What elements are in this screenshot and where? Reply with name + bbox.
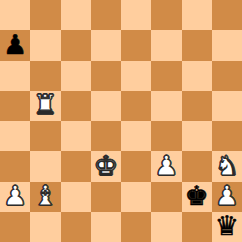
square-e4[interactable] xyxy=(121,121,151,151)
square-a4[interactable] xyxy=(0,121,30,151)
square-b8[interactable] xyxy=(30,0,60,30)
square-a7[interactable]: ♟ xyxy=(0,30,30,60)
square-d1[interactable] xyxy=(91,212,121,242)
black-king-g2: ♚ xyxy=(185,182,209,209)
square-f1[interactable] xyxy=(151,212,181,242)
square-c8[interactable] xyxy=(61,0,91,30)
square-c2[interactable] xyxy=(61,182,91,212)
black-pawn-a7: ♟ xyxy=(3,31,27,58)
square-h5[interactable] xyxy=(212,91,242,121)
square-g2[interactable]: ♚ xyxy=(182,182,212,212)
square-e8[interactable] xyxy=(121,0,151,30)
square-f3[interactable]: ♟ xyxy=(151,151,181,181)
square-d2[interactable] xyxy=(91,182,121,212)
square-e5[interactable] xyxy=(121,91,151,121)
chess-board: ♟♜♚♟♞♟♝♚♟♛ xyxy=(0,0,242,242)
square-g5[interactable] xyxy=(182,91,212,121)
square-f6[interactable] xyxy=(151,61,181,91)
square-f4[interactable] xyxy=(151,121,181,151)
white-pawn-f3: ♟ xyxy=(154,152,178,179)
square-b1[interactable] xyxy=(30,212,60,242)
square-g3[interactable] xyxy=(182,151,212,181)
square-e6[interactable] xyxy=(121,61,151,91)
square-b4[interactable] xyxy=(30,121,60,151)
square-b5[interactable]: ♜ xyxy=(30,91,60,121)
square-f8[interactable] xyxy=(151,0,181,30)
white-pawn-a2: ♟ xyxy=(3,182,27,209)
square-c4[interactable] xyxy=(61,121,91,151)
square-d6[interactable] xyxy=(91,61,121,91)
square-e2[interactable] xyxy=(121,182,151,212)
white-knight-h3: ♞ xyxy=(215,152,239,179)
square-e1[interactable] xyxy=(121,212,151,242)
square-d4[interactable] xyxy=(91,121,121,151)
square-h7[interactable] xyxy=(212,30,242,60)
square-a3[interactable] xyxy=(0,151,30,181)
square-h6[interactable] xyxy=(212,61,242,91)
white-king-d3: ♚ xyxy=(94,152,118,179)
square-b3[interactable] xyxy=(30,151,60,181)
square-b2[interactable]: ♝ xyxy=(30,182,60,212)
square-g6[interactable] xyxy=(182,61,212,91)
square-d7[interactable] xyxy=(91,30,121,60)
square-h4[interactable] xyxy=(212,121,242,151)
square-f5[interactable] xyxy=(151,91,181,121)
square-b6[interactable] xyxy=(30,61,60,91)
square-a2[interactable]: ♟ xyxy=(0,182,30,212)
square-f7[interactable] xyxy=(151,30,181,60)
square-d5[interactable] xyxy=(91,91,121,121)
square-e7[interactable] xyxy=(121,30,151,60)
square-d3[interactable]: ♚ xyxy=(91,151,121,181)
black-queen-h1: ♛ xyxy=(215,212,239,239)
square-a5[interactable] xyxy=(0,91,30,121)
square-g1[interactable] xyxy=(182,212,212,242)
square-b7[interactable] xyxy=(30,30,60,60)
white-rook-b5: ♜ xyxy=(33,91,57,118)
square-c1[interactable] xyxy=(61,212,91,242)
square-c7[interactable] xyxy=(61,30,91,60)
square-c6[interactable] xyxy=(61,61,91,91)
square-g7[interactable] xyxy=(182,30,212,60)
square-a1[interactable] xyxy=(0,212,30,242)
square-f2[interactable] xyxy=(151,182,181,212)
square-a6[interactable] xyxy=(0,61,30,91)
square-h2[interactable]: ♟ xyxy=(212,182,242,212)
square-d8[interactable] xyxy=(91,0,121,30)
square-c5[interactable] xyxy=(61,91,91,121)
square-e3[interactable] xyxy=(121,151,151,181)
square-h3[interactable]: ♞ xyxy=(212,151,242,181)
white-pawn-h2: ♟ xyxy=(215,182,239,209)
square-g8[interactable] xyxy=(182,0,212,30)
white-bishop-b2: ♝ xyxy=(33,182,57,209)
square-c3[interactable] xyxy=(61,151,91,181)
square-h8[interactable] xyxy=(212,0,242,30)
square-a8[interactable] xyxy=(0,0,30,30)
square-g4[interactable] xyxy=(182,121,212,151)
square-h1[interactable]: ♛ xyxy=(212,212,242,242)
